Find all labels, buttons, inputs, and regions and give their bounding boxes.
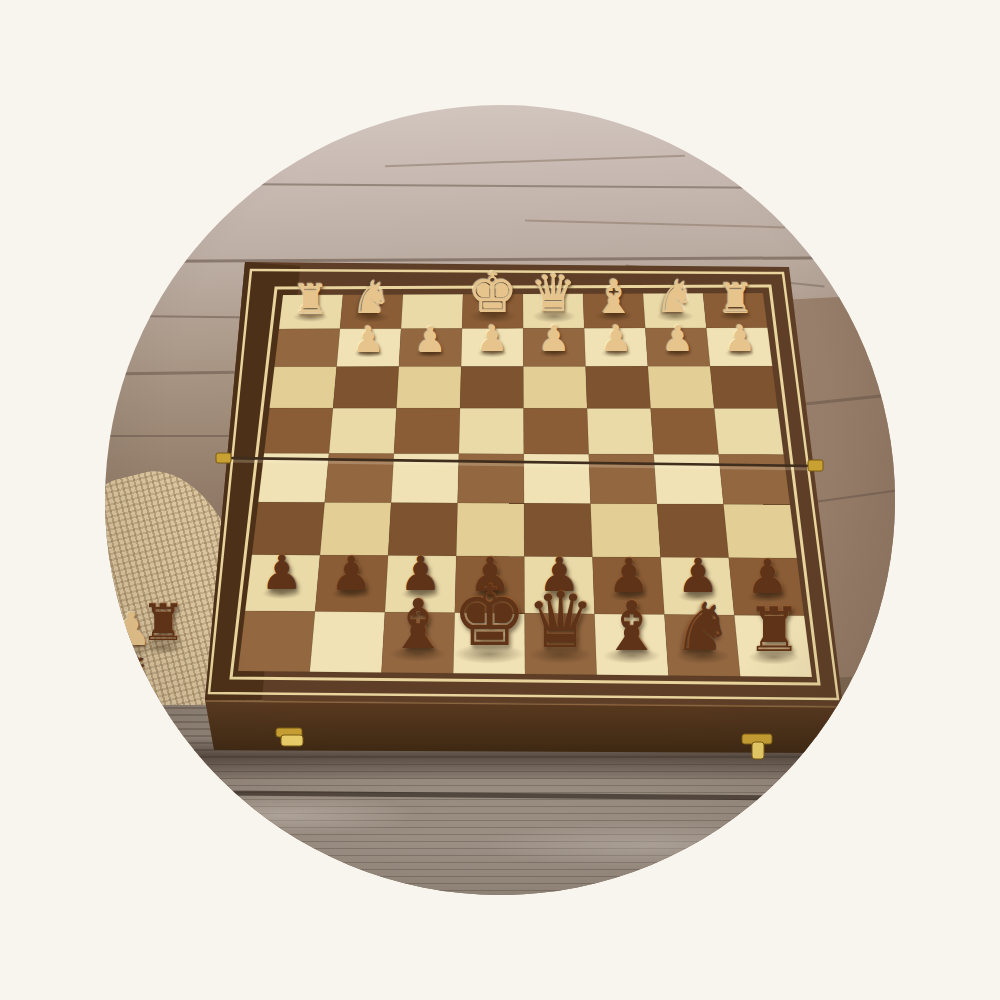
side-hinge-right [808, 460, 823, 471]
square-c2[interactable] [584, 328, 648, 366]
square-g2[interactable] [337, 329, 401, 367]
square-h8[interactable] [238, 611, 315, 672]
square-b8[interactable] [664, 615, 740, 677]
square-d7[interactable] [524, 556, 594, 613]
square-g1[interactable] [340, 295, 403, 329]
square-a8[interactable] [734, 615, 812, 677]
square-b2[interactable] [645, 328, 710, 366]
square-f8[interactable] [382, 612, 455, 673]
square-d4[interactable] [524, 408, 589, 454]
square-a5[interactable] [719, 454, 790, 504]
square-a2[interactable] [706, 328, 772, 367]
square-e4[interactable] [459, 408, 524, 454]
square-g6[interactable] [320, 502, 391, 555]
square-e2[interactable] [461, 328, 523, 366]
side-hinge-left [216, 453, 231, 463]
square-f1[interactable] [401, 294, 463, 328]
square-h6[interactable] [252, 502, 325, 555]
square-c3[interactable] [586, 366, 651, 408]
square-e6[interactable] [456, 503, 524, 556]
chess-board[interactable] [105, 105, 895, 895]
square-c6[interactable] [591, 504, 661, 558]
square-h3[interactable] [269, 367, 336, 409]
square-b3[interactable] [648, 366, 714, 408]
square-d6[interactable] [524, 503, 592, 557]
square-b4[interactable] [651, 408, 719, 454]
square-d2[interactable] [523, 328, 585, 366]
square-f2[interactable] [399, 329, 462, 367]
square-h1[interactable] [279, 295, 343, 329]
square-a6[interactable] [724, 504, 797, 558]
square-h7[interactable] [245, 555, 320, 612]
square-a7[interactable] [729, 558, 804, 616]
square-a1[interactable] [703, 293, 767, 328]
product-photo-circle: ♜♞♝♛♚♞♜♟♟♟♟♟♟♟♟♟♟♟♟♟♟♟♜♞♝♛♚♝♟♜♞ [105, 105, 895, 895]
square-e7[interactable] [455, 556, 525, 613]
square-e8[interactable] [453, 613, 525, 674]
square-c5[interactable] [589, 454, 657, 504]
square-b1[interactable] [643, 293, 706, 328]
square-g8[interactable] [310, 612, 385, 673]
square-b6[interactable] [657, 504, 729, 558]
square-f7[interactable] [385, 556, 456, 613]
square-e3[interactable] [460, 366, 524, 408]
square-d8[interactable] [525, 613, 597, 674]
square-a3[interactable] [710, 366, 778, 408]
square-c4[interactable] [587, 408, 654, 454]
square-b7[interactable] [661, 557, 735, 615]
square-a4[interactable] [714, 409, 783, 455]
square-b5[interactable] [654, 454, 724, 504]
square-d1[interactable] [523, 294, 584, 329]
square-e1[interactable] [462, 294, 523, 329]
square-f3[interactable] [397, 367, 462, 409]
square-g4[interactable] [329, 408, 397, 453]
square-h4[interactable] [264, 408, 333, 453]
square-c8[interactable] [595, 614, 669, 676]
square-c7[interactable] [593, 557, 665, 615]
square-h2[interactable] [274, 329, 340, 367]
square-f4[interactable] [394, 408, 460, 454]
square-c1[interactable] [583, 294, 645, 329]
square-f6[interactable] [388, 503, 457, 556]
square-d3[interactable] [523, 366, 587, 408]
square-g3[interactable] [333, 367, 399, 409]
square-g7[interactable] [315, 555, 388, 612]
